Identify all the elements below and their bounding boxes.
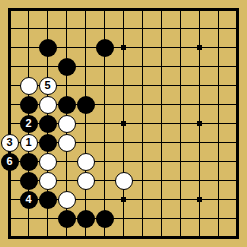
star-point — [197, 121, 202, 126]
white-stone — [58, 191, 76, 209]
white-stone-move-1: 1 — [20, 134, 38, 152]
star-point — [197, 45, 202, 50]
black-stone — [39, 115, 57, 133]
white-stone — [77, 172, 95, 190]
black-stone — [77, 210, 95, 228]
black-stone — [39, 134, 57, 152]
black-stone-move-2: 2 — [20, 115, 38, 133]
black-stone — [39, 191, 57, 209]
white-stone — [20, 77, 38, 95]
star-point — [121, 121, 126, 126]
white-stone — [39, 153, 57, 171]
black-stone — [58, 210, 76, 228]
white-stone — [58, 134, 76, 152]
black-stone — [77, 96, 95, 114]
black-stone — [20, 96, 38, 114]
white-stone-move-5: 5 — [39, 77, 57, 95]
black-stone — [39, 39, 57, 57]
white-stone — [77, 153, 95, 171]
black-stone — [96, 210, 114, 228]
black-stone — [20, 153, 38, 171]
star-point — [121, 45, 126, 50]
white-stone — [39, 96, 57, 114]
black-stone — [20, 172, 38, 190]
white-stone — [39, 172, 57, 190]
white-stone-move-3: 3 — [1, 134, 19, 152]
star-point — [197, 197, 202, 202]
black-stone — [58, 96, 76, 114]
go-board-diagram: 523164 — [0, 0, 247, 247]
black-stone — [96, 39, 114, 57]
white-stone — [115, 172, 133, 190]
black-stone — [58, 58, 76, 76]
black-stone-move-6: 6 — [1, 153, 19, 171]
white-stone — [58, 115, 76, 133]
star-point — [121, 197, 126, 202]
black-stone-move-4: 4 — [20, 191, 38, 209]
